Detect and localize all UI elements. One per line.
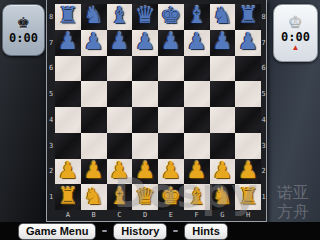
piece-white-pawn: ♟ (109, 159, 130, 182)
board-squares: ♜♞♝♛♚♝♞♜♟♟♟♟♟♟♟♟♟♟♟♟♟♟♟♟♜♞♝♛♚♝♞♜ (55, 4, 261, 210)
rank-label: 3 (261, 133, 266, 159)
piece-white-king: ♚ (161, 185, 182, 208)
chess-app-screen: ♚ 0:00 ♚ 0:00 ▲ 87654321 ♜♞♝♛♚♝♞♜♟♟♟♟♟♟♟… (0, 0, 320, 240)
piece-black-bishop: ♝ (109, 4, 130, 27)
square-c8[interactable]: ♝ (107, 4, 133, 30)
piece-black-pawn: ♟ (58, 30, 79, 53)
piece-white-pawn: ♟ (135, 159, 156, 182)
square-g6[interactable] (210, 56, 236, 82)
black-king-icon: ♚ (17, 16, 30, 31)
bottom-menu-bar: Game Menu History Hints (0, 222, 320, 240)
square-c3[interactable] (107, 133, 133, 159)
menu-separator (173, 230, 178, 232)
square-g5[interactable] (210, 81, 236, 107)
rank-label: 7 (47, 30, 55, 56)
rank-label: 5 (47, 81, 55, 107)
rank-label: 5 (261, 81, 266, 107)
square-b7[interactable]: ♟ (81, 30, 107, 56)
piece-black-rook: ♜ (238, 4, 259, 27)
square-d1[interactable]: ♛ (132, 184, 158, 210)
piece-white-pawn: ♟ (186, 159, 207, 182)
black-clock: 0:00 (9, 32, 38, 44)
square-b2[interactable]: ♟ (81, 159, 107, 185)
file-label: H (235, 210, 261, 220)
square-d7[interactable]: ♟ (132, 30, 158, 56)
turn-indicator-icon: ▲ (292, 44, 300, 51)
square-a2[interactable]: ♟ (55, 159, 81, 185)
rank-label: 4 (47, 107, 55, 133)
rank-labels-right: 87654321 (261, 4, 266, 210)
menu-separator (102, 230, 107, 232)
square-g1[interactable]: ♞ (210, 184, 236, 210)
square-f5[interactable] (184, 81, 210, 107)
file-label: D (132, 210, 158, 220)
white-player-panel: ♚ 0:00 ▲ (273, 4, 318, 62)
square-c5[interactable] (107, 81, 133, 107)
square-h4[interactable] (235, 107, 261, 133)
square-d5[interactable] (132, 81, 158, 107)
square-a3[interactable] (55, 133, 81, 159)
square-h6[interactable] (235, 56, 261, 82)
square-c6[interactable] (107, 56, 133, 82)
game-menu-button[interactable]: Game Menu (18, 223, 96, 240)
square-e6[interactable] (158, 56, 184, 82)
piece-white-pawn: ♟ (212, 159, 233, 182)
square-h3[interactable] (235, 133, 261, 159)
square-b1[interactable]: ♞ (81, 184, 107, 210)
square-f8[interactable]: ♝ (184, 4, 210, 30)
square-c7[interactable]: ♟ (107, 30, 133, 56)
piece-white-pawn: ♟ (238, 159, 259, 182)
square-a1[interactable]: ♜ (55, 184, 81, 210)
square-g7[interactable]: ♟ (210, 30, 236, 56)
square-a8[interactable]: ♜ (55, 4, 81, 30)
square-h2[interactable]: ♟ (235, 159, 261, 185)
square-e7[interactable]: ♟ (158, 30, 184, 56)
square-h7[interactable]: ♟ (235, 30, 261, 56)
piece-black-pawn: ♟ (161, 30, 182, 53)
piece-white-rook: ♜ (58, 185, 79, 208)
rank-label: 7 (261, 30, 266, 56)
rank-label: 4 (261, 107, 266, 133)
piece-white-pawn: ♟ (161, 159, 182, 182)
square-c2[interactable]: ♟ (107, 159, 133, 185)
black-player-panel: ♚ 0:00 (2, 4, 45, 56)
square-f1[interactable]: ♝ (184, 184, 210, 210)
square-d2[interactable]: ♟ (132, 159, 158, 185)
square-d4[interactable] (132, 107, 158, 133)
square-f3[interactable] (184, 133, 210, 159)
square-c4[interactable] (107, 107, 133, 133)
square-h1[interactable]: ♜ (235, 184, 261, 210)
history-button[interactable]: History (113, 223, 167, 240)
square-b8[interactable]: ♞ (81, 4, 107, 30)
square-d3[interactable] (132, 133, 158, 159)
square-h5[interactable] (235, 81, 261, 107)
square-g3[interactable] (210, 133, 236, 159)
rank-label: 1 (261, 184, 266, 210)
square-h8[interactable]: ♜ (235, 4, 261, 30)
white-king-icon: ♚ (289, 15, 302, 30)
piece-black-king: ♚ (161, 4, 182, 27)
piece-black-queen: ♛ (135, 4, 156, 27)
square-c1[interactable]: ♝ (107, 184, 133, 210)
rank-label: 8 (261, 4, 266, 30)
hints-button[interactable]: Hints (184, 223, 228, 240)
square-b5[interactable] (81, 81, 107, 107)
piece-black-pawn: ♟ (238, 30, 259, 53)
piece-black-knight: ♞ (83, 4, 104, 27)
rank-labels-left: 87654321 (47, 4, 55, 210)
rank-label: 3 (47, 133, 55, 159)
square-f2[interactable]: ♟ (184, 159, 210, 185)
square-f6[interactable] (184, 56, 210, 82)
square-e5[interactable] (158, 81, 184, 107)
piece-black-pawn: ♟ (83, 30, 104, 53)
square-g2[interactable]: ♟ (210, 159, 236, 185)
piece-white-bishop: ♝ (109, 185, 130, 208)
piece-white-pawn: ♟ (58, 159, 79, 182)
piece-white-pawn: ♟ (83, 159, 104, 182)
piece-black-knight: ♞ (212, 4, 233, 27)
square-b4[interactable] (81, 107, 107, 133)
rank-label: 6 (47, 56, 55, 82)
piece-black-pawn: ♟ (212, 30, 233, 53)
square-e1[interactable]: ♚ (158, 184, 184, 210)
file-label: B (81, 210, 107, 220)
square-g4[interactable] (210, 107, 236, 133)
rank-label: 2 (261, 159, 266, 185)
piece-black-rook: ♜ (58, 4, 79, 27)
piece-black-pawn: ♟ (186, 30, 207, 53)
square-a5[interactable] (55, 81, 81, 107)
piece-white-bishop: ♝ (186, 185, 207, 208)
square-a6[interactable] (55, 56, 81, 82)
white-clock: 0:00 (281, 31, 310, 43)
square-e4[interactable] (158, 107, 184, 133)
square-e2[interactable]: ♟ (158, 159, 184, 185)
piece-white-knight: ♞ (83, 185, 104, 208)
square-b6[interactable] (81, 56, 107, 82)
piece-white-knight: ♞ (212, 185, 233, 208)
file-labels-bottom: ABCDEFGH (55, 210, 261, 220)
file-label: F (184, 210, 210, 220)
rank-label: 6 (261, 56, 266, 82)
square-d8[interactable]: ♛ (132, 4, 158, 30)
rank-label: 8 (47, 4, 55, 30)
rank-label: 2 (47, 159, 55, 185)
piece-black-bishop: ♝ (186, 4, 207, 27)
square-f7[interactable]: ♟ (184, 30, 210, 56)
piece-white-queen: ♛ (135, 185, 156, 208)
square-a7[interactable]: ♟ (55, 30, 81, 56)
square-a4[interactable] (55, 107, 81, 133)
piece-black-pawn: ♟ (135, 30, 156, 53)
piece-white-rook: ♜ (238, 185, 259, 208)
watermark-cjk-line2: 方舟 (267, 202, 319, 221)
square-g8[interactable]: ♞ (210, 4, 236, 30)
watermark-cjk: 诺亚 方舟 (267, 183, 319, 221)
square-e8[interactable]: ♚ (158, 4, 184, 30)
square-f4[interactable] (184, 107, 210, 133)
square-e3[interactable] (158, 133, 184, 159)
file-label: E (158, 210, 184, 220)
square-d6[interactable] (132, 56, 158, 82)
chess-board: 87654321 ♜♞♝♛♚♝♞♜♟♟♟♟♟♟♟♟♟♟♟♟♟♟♟♟♜♞♝♛♚♝♞… (46, 0, 267, 222)
file-label: A (55, 210, 81, 220)
file-label: G (210, 210, 236, 220)
square-b3[interactable] (81, 133, 107, 159)
watermark-cjk-line1: 诺亚 (267, 183, 319, 202)
rank-label: 1 (47, 184, 55, 210)
piece-black-pawn: ♟ (109, 30, 130, 53)
file-label: C (107, 210, 133, 220)
